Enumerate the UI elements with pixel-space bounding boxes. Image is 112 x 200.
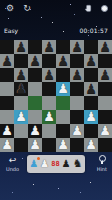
white-checker-piece: ♟ xyxy=(85,138,97,152)
capture-counter: 88 xyxy=(51,160,59,168)
square-h6[interactable]: ♟ xyxy=(98,68,112,82)
black-checker-piece: ♟ xyxy=(43,40,55,54)
square-e6[interactable] xyxy=(56,68,70,82)
square-g7[interactable]: ♟ xyxy=(84,54,98,68)
black-checker-piece: ♟ xyxy=(99,68,111,82)
white-pawn-icon: ♟ xyxy=(40,158,49,170)
white-checker-piece: ♟ xyxy=(29,124,41,138)
white-checker-piece: ♟ xyxy=(99,124,111,138)
square-d3[interactable]: ♟ xyxy=(42,110,56,124)
square-f5[interactable] xyxy=(70,82,84,96)
square-c6[interactable] xyxy=(28,68,42,82)
square-d8[interactable]: ♟ xyxy=(42,40,56,54)
square-a4[interactable] xyxy=(0,96,14,110)
rotate-board-icon[interactable]: ↻ xyxy=(22,3,32,13)
square-b1[interactable] xyxy=(14,138,28,152)
black-checker-piece: ♟ xyxy=(85,82,97,96)
square-e5[interactable]: ♟ xyxy=(56,82,70,96)
square-c2[interactable]: ♟ xyxy=(28,124,42,138)
square-e7[interactable]: ♟ xyxy=(56,54,70,68)
bottom-bar: ↩ Undo ♟ ♟ 88 ♟ ♞ Hint xyxy=(0,152,112,182)
square-a6[interactable] xyxy=(0,68,14,82)
white-checker-piece: ♟ xyxy=(43,110,55,124)
black-checker-piece: ♟ xyxy=(29,54,41,68)
white-checker-piece: ♟ xyxy=(29,138,41,152)
square-c5[interactable] xyxy=(28,82,42,96)
square-b7[interactable] xyxy=(14,54,28,68)
black-checker-piece: ♟ xyxy=(85,54,97,68)
hint-label: Hint xyxy=(97,166,107,172)
square-e1[interactable]: ♟ xyxy=(56,138,70,152)
black-checker-piece: ♟ xyxy=(71,68,83,82)
settings-gear-icon[interactable]: ⚙ xyxy=(5,3,15,13)
square-c1[interactable]: ♟ xyxy=(28,138,42,152)
square-c3[interactable] xyxy=(28,110,42,124)
undo-button[interactable]: ↩ Undo xyxy=(6,156,19,172)
square-g2[interactable] xyxy=(84,124,98,138)
takeback-hand-icon[interactable] xyxy=(83,3,93,13)
white-checker-piece: ♟ xyxy=(57,138,69,152)
player-blue-pawn-icon: ♟ xyxy=(29,158,38,170)
game-timer: 00:01:57 xyxy=(79,26,108,36)
undo-label: Undo xyxy=(6,166,19,172)
lightbulb-icon xyxy=(98,155,106,165)
black-checker-piece: ♟ xyxy=(1,54,13,68)
top-bar: ⚙ ↻ xyxy=(0,0,112,16)
square-g8[interactable] xyxy=(84,40,98,54)
square-g4[interactable] xyxy=(84,96,98,110)
square-f7[interactable] xyxy=(70,54,84,68)
square-b3[interactable]: ♟ xyxy=(14,110,28,124)
square-d4[interactable] xyxy=(42,96,56,110)
square-h1[interactable] xyxy=(98,138,112,152)
square-d2[interactable] xyxy=(42,124,56,138)
square-a3[interactable] xyxy=(0,110,14,124)
square-f1[interactable] xyxy=(70,138,84,152)
black-checker-piece: ♟ xyxy=(71,40,83,54)
undo-arrow-icon: ↩ xyxy=(9,156,17,165)
black-pawn-icon: ♟ xyxy=(62,158,71,170)
square-f8[interactable]: ♟ xyxy=(70,40,84,54)
square-a8[interactable] xyxy=(0,40,14,54)
black-checker-piece: ♟ xyxy=(43,68,55,82)
square-f6[interactable]: ♟ xyxy=(70,68,84,82)
square-g3[interactable]: ♟ xyxy=(84,110,98,124)
square-d1[interactable] xyxy=(42,138,56,152)
player-vs-tray: ♟ ♟ 88 ♟ ♞ xyxy=(27,155,85,173)
square-d6[interactable]: ♟ xyxy=(42,68,56,82)
square-a5[interactable] xyxy=(0,82,14,96)
piece-color-circle-icon[interactable] xyxy=(99,3,109,13)
white-checker-piece: ♟ xyxy=(1,138,13,152)
square-e8[interactable] xyxy=(56,40,70,54)
black-checker-piece: ♟ xyxy=(15,82,27,96)
black-checker-piece: ♟ xyxy=(57,54,69,68)
square-d5[interactable] xyxy=(42,82,56,96)
square-f2[interactable]: ♟ xyxy=(70,124,84,138)
square-e3[interactable] xyxy=(56,110,70,124)
white-checker-piece: ♟ xyxy=(15,110,27,124)
square-g6[interactable] xyxy=(84,68,98,82)
square-c4[interactable] xyxy=(28,96,42,110)
square-a7[interactable]: ♟ xyxy=(0,54,14,68)
square-d7[interactable] xyxy=(42,54,56,68)
checkers-board: ♟♟♟♟♟♟♟♟♟♟♟♟♟♟♟♟♟♟♟♟♟♟♟♟♟♟ xyxy=(0,40,112,152)
square-e2[interactable] xyxy=(56,124,70,138)
square-b5[interactable]: ♟ xyxy=(14,82,28,96)
square-b8[interactable]: ♟ xyxy=(14,40,28,54)
square-a1[interactable]: ♟ xyxy=(0,138,14,152)
app-screen: ⚙ ↻ Easy 00:01:57 ♟♟♟♟♟♟♟♟♟♟♟♟♟♟♟♟♟♟♟♟♟♟… xyxy=(0,0,112,200)
square-f4[interactable] xyxy=(70,96,84,110)
square-c8[interactable] xyxy=(28,40,42,54)
white-checker-piece: ♟ xyxy=(85,110,97,124)
square-c7[interactable]: ♟ xyxy=(28,54,42,68)
white-checker-piece: ♟ xyxy=(1,124,13,138)
square-b4[interactable] xyxy=(14,96,28,110)
square-g5[interactable]: ♟ xyxy=(84,82,98,96)
difficulty-label: Easy xyxy=(4,26,18,36)
hint-button[interactable]: Hint xyxy=(97,155,107,172)
square-h2[interactable]: ♟ xyxy=(98,124,112,138)
black-checker-piece: ♟ xyxy=(99,40,111,54)
status-bar: Easy 00:01:57 xyxy=(0,26,112,36)
white-checker-piece: ♟ xyxy=(57,82,69,96)
square-g1[interactable]: ♟ xyxy=(84,138,98,152)
white-checker-piece: ♟ xyxy=(71,124,83,138)
square-h3[interactable] xyxy=(98,110,112,124)
square-h5[interactable] xyxy=(98,82,112,96)
square-f3[interactable] xyxy=(70,110,84,124)
black-checker-piece: ♟ xyxy=(15,40,27,54)
square-e4[interactable] xyxy=(56,96,70,110)
square-h4[interactable] xyxy=(98,96,112,110)
black-knight-icon: ♞ xyxy=(73,158,83,170)
black-checker-piece: ♟ xyxy=(15,68,27,82)
square-b2[interactable] xyxy=(14,124,28,138)
square-b6[interactable]: ♟ xyxy=(14,68,28,82)
square-h7[interactable] xyxy=(98,54,112,68)
square-a2[interactable]: ♟ xyxy=(0,124,14,138)
square-h8[interactable]: ♟ xyxy=(98,40,112,54)
